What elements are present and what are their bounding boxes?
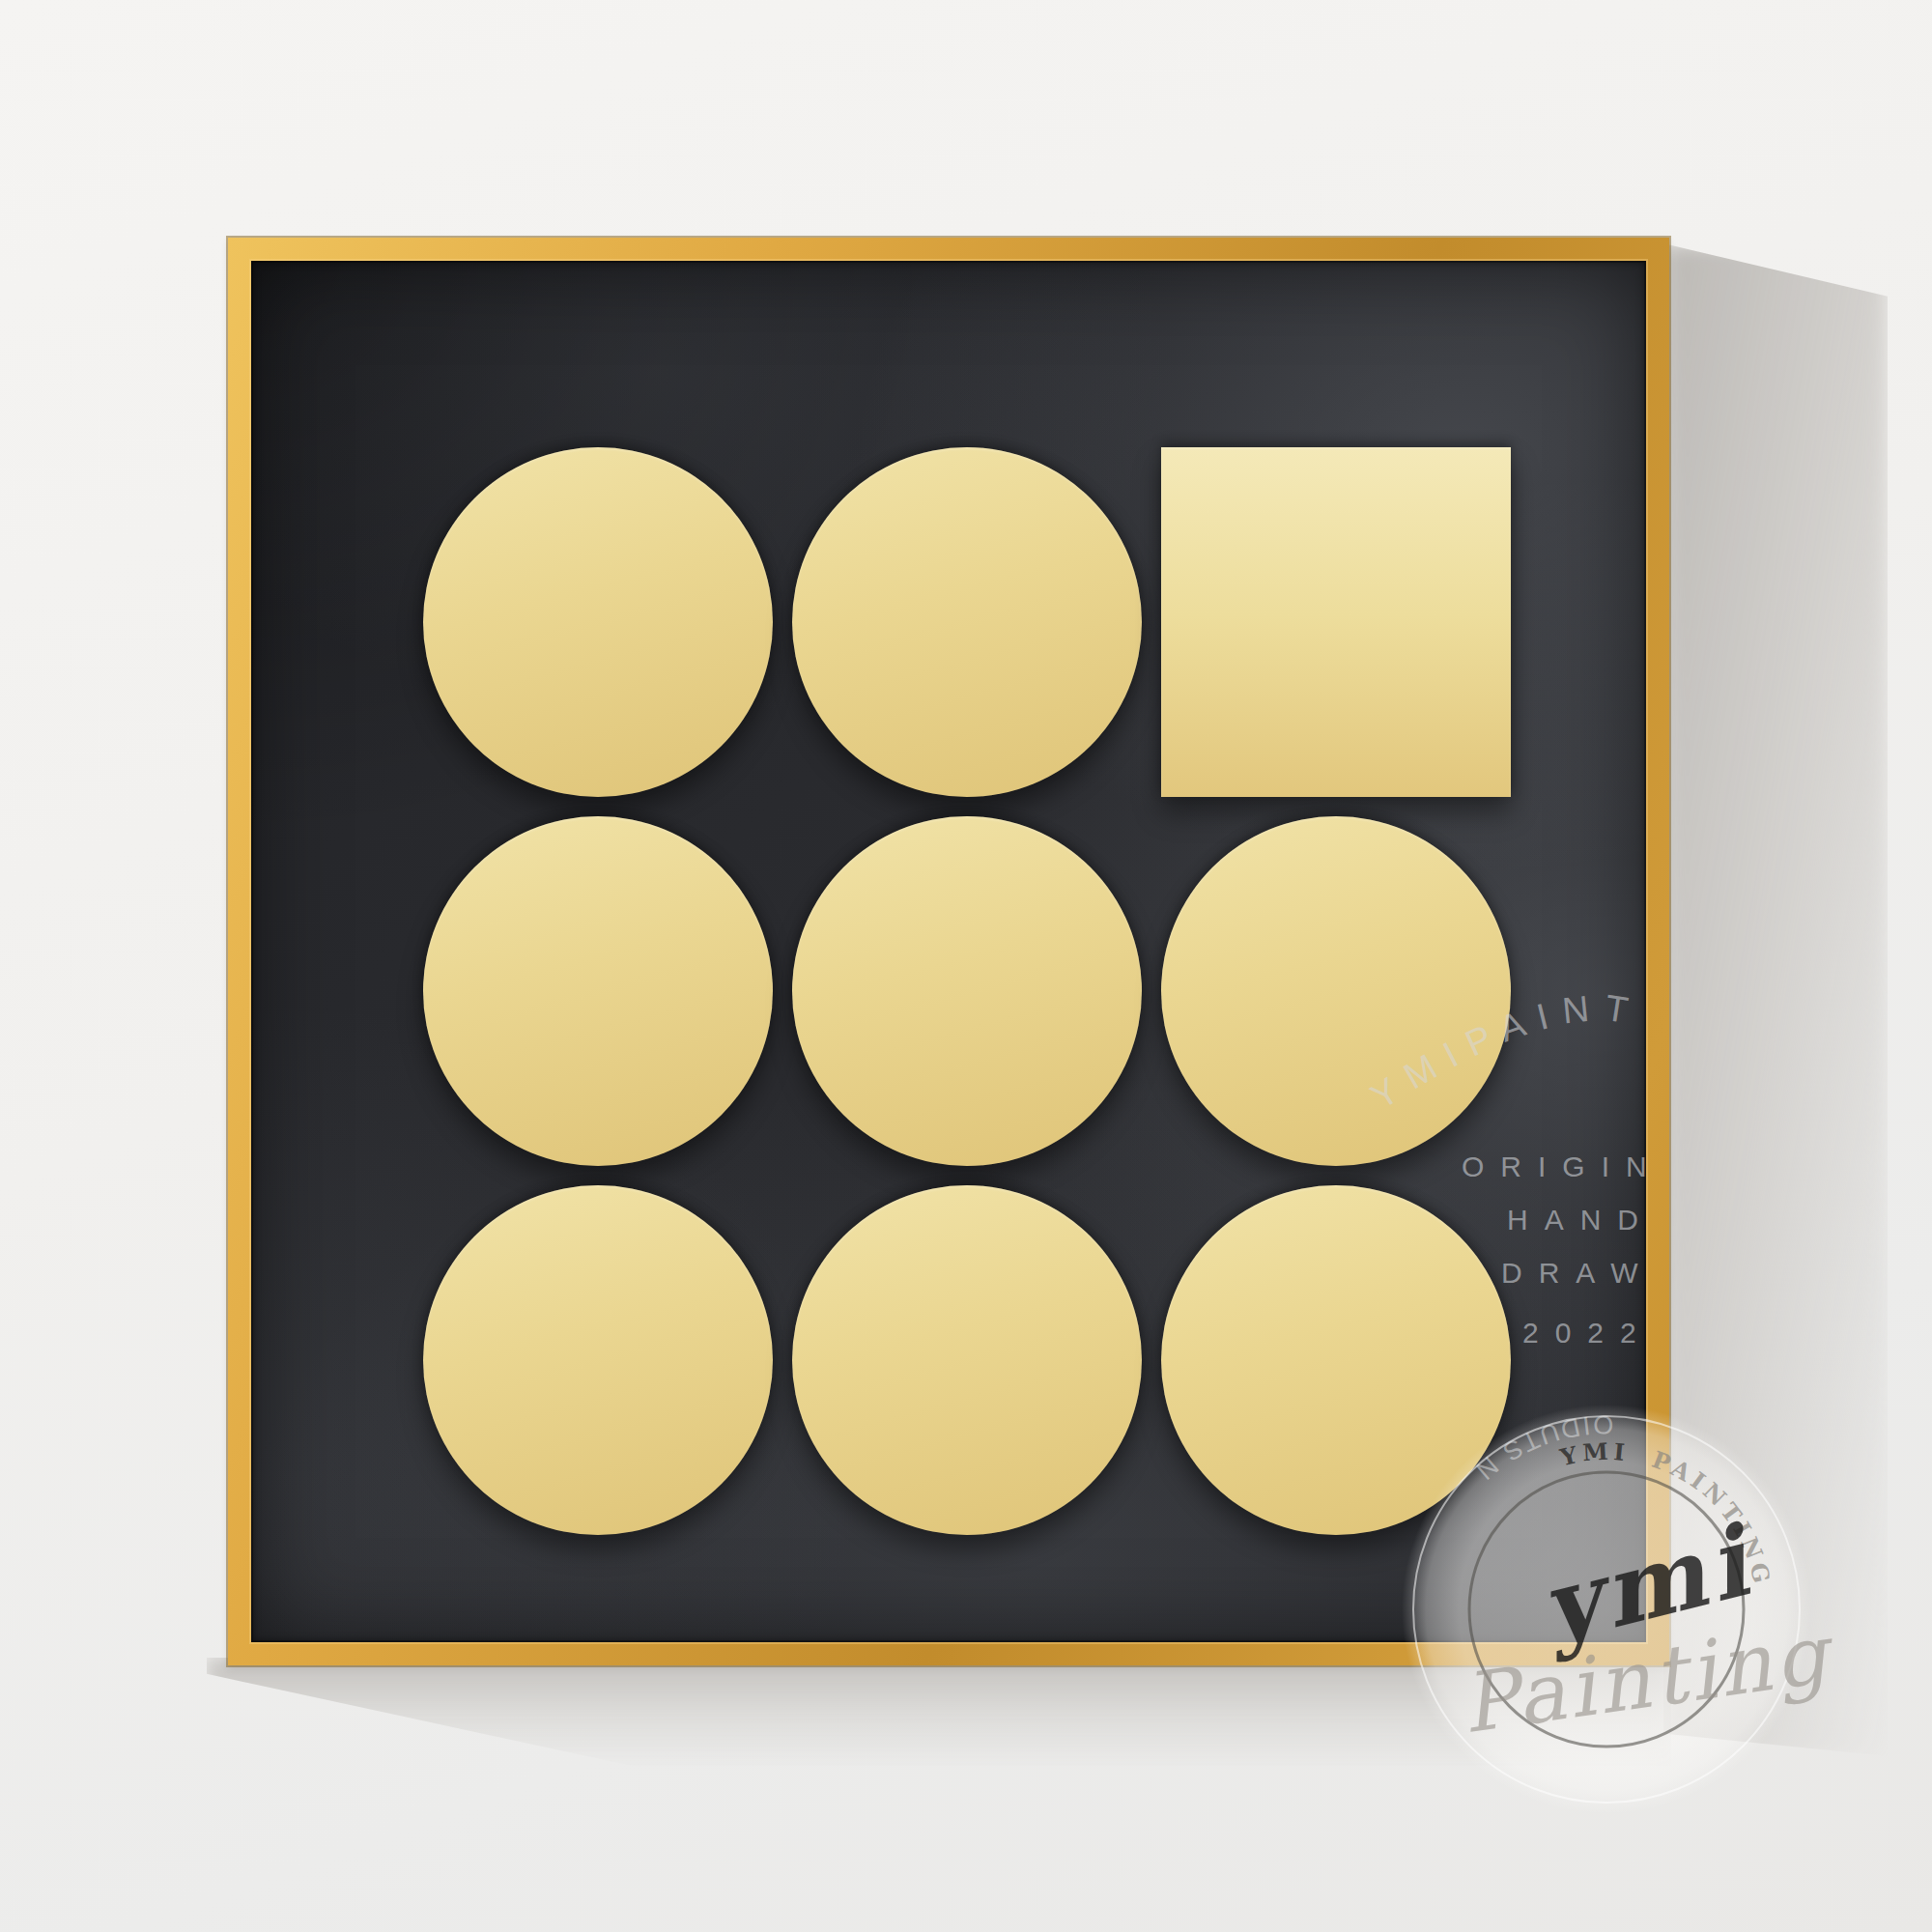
gold-circle xyxy=(792,1185,1142,1535)
gold-circle xyxy=(792,816,1142,1166)
watermark-line-year: 2022 xyxy=(1522,1317,1646,1350)
frame-cast-shadow-right xyxy=(1663,243,1888,1756)
wall: YMIPAINT OIDUTS N ORIGIN HAND DRAW 2022 … xyxy=(0,0,1932,1932)
gold-circle xyxy=(792,447,1142,797)
picture-frame: YMIPAINT OIDUTS N ORIGIN HAND DRAW 2022 xyxy=(228,238,1669,1665)
gold-circle xyxy=(1161,1185,1511,1535)
frame-cast-shadow-bottom xyxy=(207,1658,1671,1766)
gold-circle xyxy=(423,816,773,1166)
gold-circle xyxy=(423,1185,773,1535)
gold-circle xyxy=(1161,816,1511,1166)
gold-square xyxy=(1161,447,1511,797)
shape-grid xyxy=(423,447,1511,1535)
watermark-line-draw: DRAW xyxy=(1501,1257,1646,1290)
watermark-line-hand: HAND xyxy=(1507,1204,1646,1236)
gold-circle xyxy=(423,447,773,797)
artwork-canvas: YMIPAINT OIDUTS N ORIGIN HAND DRAW 2022 xyxy=(251,261,1646,1642)
